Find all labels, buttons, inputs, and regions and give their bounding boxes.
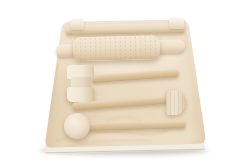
spoon-handle — [87, 120, 186, 131]
mallet-handle — [92, 69, 179, 83]
spatula-handle — [72, 96, 168, 111]
rolling-pin — [55, 28, 190, 65]
spoon-bowl — [64, 113, 90, 139]
product-photo — [0, 0, 250, 166]
rolling-pin-handle-right — [158, 39, 185, 53]
rolling-pin-barrel — [73, 35, 161, 61]
rail-cleat-right — [169, 18, 184, 29]
rail-cleat-left — [70, 19, 84, 30]
spoon — [62, 110, 188, 142]
